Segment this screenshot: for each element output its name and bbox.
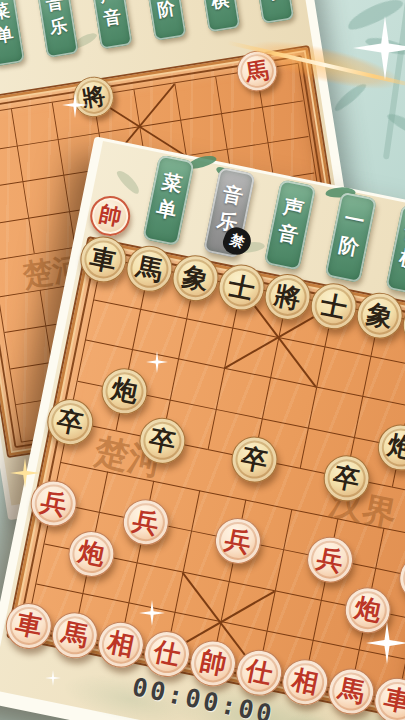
menu-tile-undo[interactable]: 悔棋 xyxy=(385,204,405,295)
menu-tile-music[interactable]: 音乐 xyxy=(36,0,79,58)
menu-tile-menu[interactable]: 菜单 xyxy=(142,155,194,246)
menu-tile-label: 先手 xyxy=(259,0,286,5)
menu-tile-label: 一阶 xyxy=(151,0,178,23)
menu-tile-label: 悔棋 xyxy=(396,217,405,274)
red-general-turn-badge: 帥 xyxy=(87,192,134,239)
menu-tile-sound[interactable]: 声音 xyxy=(89,0,132,49)
menu-tile-label: 一阶 xyxy=(335,205,367,262)
menu-tile-menu[interactable]: 菜单 xyxy=(0,0,25,67)
menu-tile-sound[interactable]: 声音 xyxy=(264,179,316,270)
menu-tile-level[interactable]: 一阶 xyxy=(143,0,186,41)
menu-tile-level[interactable]: 一阶 xyxy=(325,192,377,283)
bamboo-leaf-icon xyxy=(114,168,142,197)
game-screen: 帥菜单音乐声音一阶悔棋先手楚河汉界將馬 帥菜单音乐禁声音一阶悔棋先手楚河汉界車馬… xyxy=(0,0,405,720)
menu-tile-label: 悔棋 xyxy=(205,0,232,14)
menu-tile-label: 声音 xyxy=(275,192,307,249)
bamboo-leaf-icon xyxy=(344,0,405,34)
menu-tile-label: 菜单 xyxy=(153,168,185,225)
menu-tile-label: 声音 xyxy=(97,0,124,31)
menu-tile-music[interactable]: 音乐禁 xyxy=(203,167,255,258)
menu-tile-label: 音乐 xyxy=(43,0,70,40)
menu-tile-label: 菜单 xyxy=(0,0,16,48)
